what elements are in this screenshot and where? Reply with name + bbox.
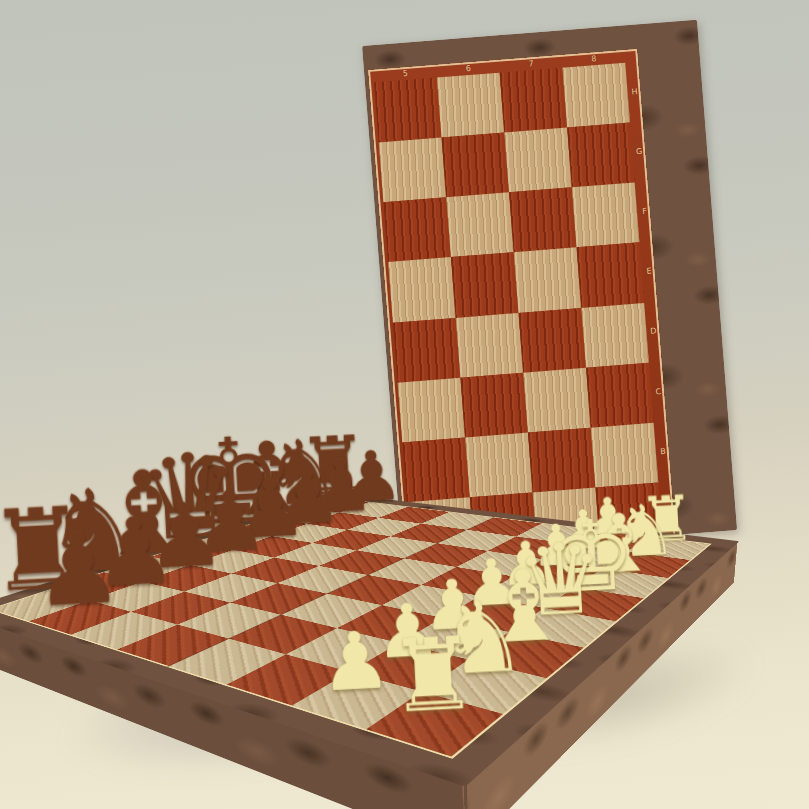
piece-glyph: ♜	[385, 622, 480, 727]
upright-square	[500, 68, 568, 133]
upright-file-label: H	[631, 88, 638, 96]
upright-rank-label: 7	[528, 60, 534, 68]
upright-square	[572, 183, 640, 248]
upright-file-label: E	[646, 268, 652, 276]
upright-square	[379, 138, 447, 203]
upright-board-face: 5678HGFEDCBA	[368, 49, 676, 567]
upright-square	[374, 78, 442, 143]
scene: 5678HGFEDCBA ♜♞♝♛♚♝♞♜♟♟♟♟♟♟♟♟♟♟♟♟♟♟♟♟♜♞♝…	[0, 0, 809, 809]
upright-square	[504, 128, 572, 193]
upright-file-label: C	[655, 388, 661, 396]
upright-square	[446, 193, 514, 258]
upright-square	[567, 123, 635, 188]
piece-glyph: ♟	[31, 518, 124, 621]
upright-square	[523, 367, 591, 432]
upright-square	[514, 248, 582, 313]
upright-square	[451, 253, 519, 318]
upright-square	[562, 63, 630, 128]
upright-square	[577, 243, 645, 308]
upright-square	[465, 432, 533, 497]
piece-glyph: ♟	[318, 620, 393, 703]
upright-square	[586, 362, 654, 427]
upright-square	[388, 257, 456, 322]
upright-square	[456, 312, 524, 377]
upright-square	[402, 437, 470, 502]
upright-square	[398, 377, 466, 442]
upright-square	[581, 303, 649, 368]
upright-square	[442, 133, 510, 198]
upright-square	[509, 188, 577, 253]
upright-rank-label: 8	[591, 55, 597, 63]
upright-square	[437, 73, 505, 138]
upright-square	[518, 307, 586, 372]
upright-square	[383, 198, 451, 263]
upright-square	[591, 422, 659, 487]
upright-rank-label: 5	[403, 70, 409, 78]
upright-square	[393, 317, 461, 382]
upright-rank-label: 6	[465, 65, 471, 73]
upright-square	[528, 427, 596, 492]
upright-file-label: D	[650, 328, 657, 336]
upright-square	[460, 372, 528, 437]
upright-file-label: G	[636, 148, 643, 156]
upright-file-label: F	[642, 208, 647, 216]
upright-file-label: B	[660, 447, 666, 455]
